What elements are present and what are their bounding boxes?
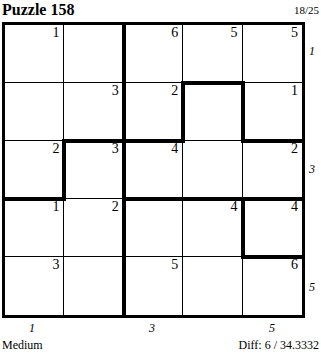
cage-wall: [241, 197, 304, 201]
cell-r3c3[interactable]: 4: [124, 141, 183, 199]
cell-r5c2[interactable]: [64, 257, 123, 315]
difficulty-word: Medium: [2, 338, 43, 353]
cell-r2c3[interactable]: 2: [124, 83, 183, 141]
given-digit: 1: [291, 83, 298, 99]
given-digit: 2: [291, 141, 298, 157]
cage-wall: [122, 23, 126, 85]
cell-r2c1[interactable]: [5, 83, 64, 141]
cell-r2c2[interactable]: 3: [64, 83, 123, 141]
given-digit: 1: [52, 25, 59, 41]
cell-grid: 165532123421244356: [5, 25, 302, 315]
cell-r5c5[interactable]: 6: [243, 257, 302, 315]
cell-r3c1[interactable]: 2: [5, 141, 64, 199]
given-digit: 4: [171, 141, 178, 157]
cage-wall: [122, 139, 126, 201]
given-digit: 6: [171, 25, 178, 41]
cell-r3c2[interactable]: 3: [64, 141, 123, 199]
cage-wall: [122, 255, 126, 317]
cell-r3c4[interactable]: [183, 141, 242, 199]
cage-wall: [122, 197, 126, 259]
cage-wall: [62, 139, 125, 143]
cage-wall: [241, 139, 304, 143]
cage-wall: [122, 197, 185, 201]
cell-r1c4[interactable]: 5: [183, 25, 242, 83]
cell-r5c4[interactable]: [183, 257, 242, 315]
cage-wall: [122, 81, 126, 143]
given-digit: 2: [112, 199, 119, 215]
cell-r1c3[interactable]: 6: [124, 25, 183, 83]
given-digit: 2: [171, 83, 178, 99]
given-digit: 3: [52, 257, 59, 273]
col-label-5: 5: [265, 321, 279, 336]
cell-r4c4[interactable]: 4: [183, 199, 242, 257]
cage-wall: [3, 197, 66, 201]
col-label-3: 3: [145, 321, 159, 336]
cage-wall: [241, 81, 245, 143]
cage-wall: [181, 197, 244, 201]
given-digit: 5: [291, 25, 298, 41]
given-digit: 5: [171, 257, 178, 273]
given-digit: 4: [291, 199, 298, 215]
cell-r1c2[interactable]: [64, 25, 123, 83]
cell-r5c3[interactable]: 5: [124, 257, 183, 315]
cell-r2c4[interactable]: [183, 83, 242, 141]
row-label-1: 1: [309, 44, 321, 59]
given-digit: 2: [52, 141, 59, 157]
cage-wall: [122, 139, 185, 143]
board: 165532123421244356: [2, 22, 305, 318]
given-digit: 3: [112, 83, 119, 99]
cell-r4c3[interactable]: [124, 199, 183, 257]
givens-counter: 18/25: [294, 4, 319, 16]
cell-r3c5[interactable]: 2: [243, 141, 302, 199]
cell-r5c1[interactable]: 3: [5, 257, 64, 315]
cage-wall: [241, 197, 245, 259]
cage-wall: [241, 255, 304, 259]
cell-r4c1[interactable]: 1: [5, 199, 64, 257]
puzzle-sheet: Puzzle 158 18/25 165532123421244356 1 3 …: [0, 0, 321, 354]
cell-r2c5[interactable]: 1: [243, 83, 302, 141]
row-label-5: 5: [309, 280, 321, 295]
given-digit: 3: [112, 141, 119, 157]
col-label-1: 1: [25, 321, 39, 336]
difficulty-stat: Diff: 6 / 34.3332: [239, 338, 319, 353]
cell-r4c5[interactable]: 4: [243, 199, 302, 257]
given-digit: 6: [291, 257, 298, 273]
given-digit: 1: [52, 199, 59, 215]
cell-r1c5[interactable]: 5: [243, 25, 302, 83]
cell-r4c2[interactable]: 2: [64, 199, 123, 257]
page-title: Puzzle 158: [2, 1, 74, 19]
row-label-3: 3: [309, 162, 321, 177]
cage-wall: [181, 81, 185, 143]
cell-r1c1[interactable]: 1: [5, 25, 64, 83]
given-digit: 4: [231, 199, 238, 215]
cage-wall: [62, 139, 66, 201]
cage-wall: [181, 81, 244, 85]
given-digit: 5: [231, 25, 238, 41]
